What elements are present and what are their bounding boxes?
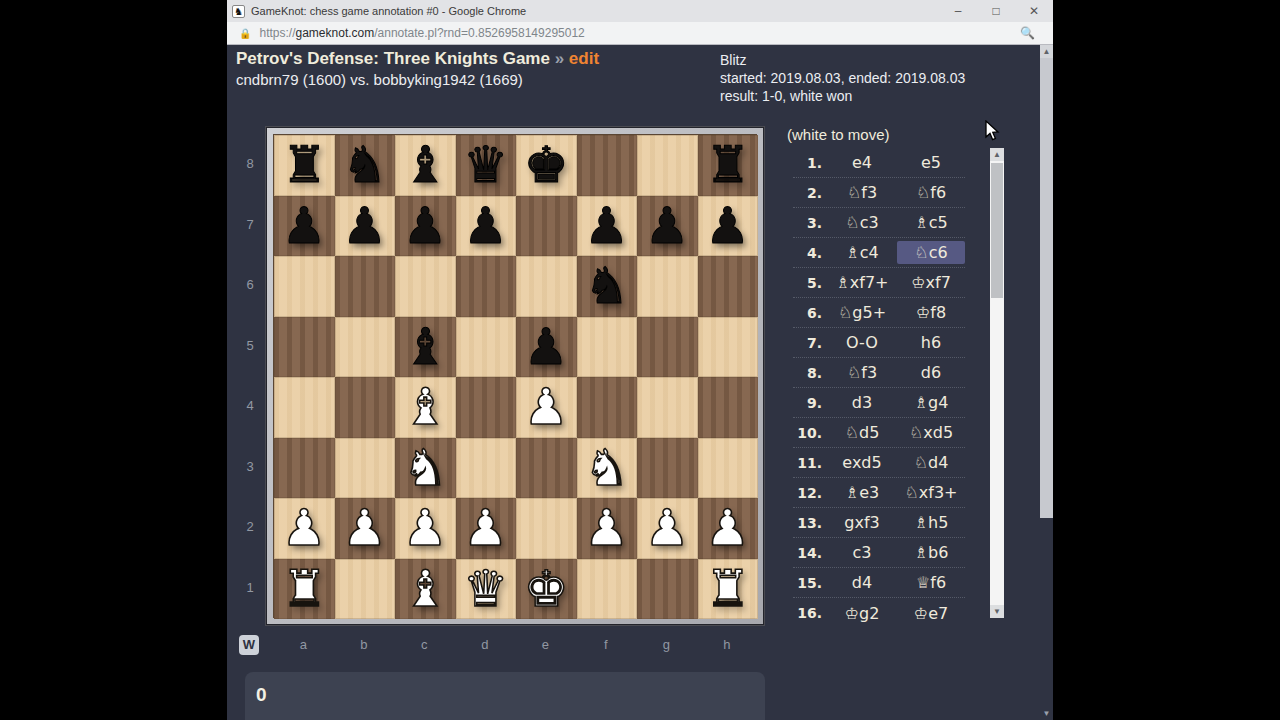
move-row-13: 13.gxf3♗h5 xyxy=(793,508,965,538)
black-move[interactable]: ♕f6 xyxy=(897,571,965,594)
move-list-scrollbar-thumb[interactable] xyxy=(991,163,1003,298)
square-b3[interactable] xyxy=(335,438,396,499)
move-row-2: 2.♘f3♘f6 xyxy=(793,178,965,208)
maximize-button[interactable]: □ xyxy=(977,0,1015,22)
file-label-h: h xyxy=(717,637,737,652)
move-row-11: 11.exd5♘d4 xyxy=(793,448,965,478)
file-label-g: g xyxy=(656,637,676,652)
black-pawn-piece[interactable]: ♟ xyxy=(403,201,448,251)
black-pawn-piece[interactable]: ♟ xyxy=(463,201,508,251)
square-c6[interactable] xyxy=(395,256,456,317)
square-g6[interactable] xyxy=(637,256,698,317)
white-move[interactable]: d4 xyxy=(827,571,897,594)
white-pawn-piece[interactable]: ♟ xyxy=(403,503,448,553)
white-move[interactable]: ♗e3 xyxy=(827,481,897,504)
move-number: 4. xyxy=(793,245,827,261)
move-row-10: 10.♘d5♘xd5 xyxy=(793,418,965,448)
white-knight-piece[interactable]: ♞ xyxy=(403,443,448,493)
browser-window: ♞ GameKnot: chess game annotation #0 - G… xyxy=(227,0,1053,720)
square-c7[interactable]: ♟ xyxy=(395,196,456,257)
move-number: 13. xyxy=(793,515,827,531)
black-pawn-piece[interactable]: ♟ xyxy=(524,322,569,372)
move-list: 1.e4e52.♘f3♘f63.♘c3♗c54.♗c4♘c65.♗xf7+♔xf… xyxy=(793,148,965,628)
square-g2[interactable]: ♟ xyxy=(637,498,698,559)
minimize-button[interactable]: – xyxy=(939,0,977,22)
rank-label-5: 5 xyxy=(242,338,258,353)
square-g3[interactable] xyxy=(637,438,698,499)
square-b5[interactable] xyxy=(335,317,396,378)
move-number: 1. xyxy=(793,155,827,171)
square-c5[interactable]: ♝ xyxy=(395,317,456,378)
white-move[interactable]: exd5 xyxy=(827,451,897,474)
url-text[interactable]: https://gameknot.com/annotate.pl?rnd=0.8… xyxy=(259,26,584,40)
screen: ♞ GameKnot: chess game annotation #0 - G… xyxy=(0,0,1280,720)
white-pawn-piece[interactable]: ♟ xyxy=(584,503,629,553)
square-c3[interactable]: ♞ xyxy=(395,438,456,499)
file-label-a: a xyxy=(293,637,313,652)
status-line: (white to move) xyxy=(787,126,890,143)
move-row-5: 5.♗xf7+♔xf7 xyxy=(793,268,965,298)
square-d5[interactable] xyxy=(456,317,517,378)
square-f7[interactable]: ♟ xyxy=(577,196,638,257)
black-move[interactable]: ♘d4 xyxy=(897,451,965,474)
move-number: 8. xyxy=(793,365,827,381)
white-queen-piece[interactable]: ♛ xyxy=(463,564,508,614)
move-number: 10. xyxy=(793,425,827,441)
square-e1[interactable]: ♚ xyxy=(516,559,577,620)
white-move[interactable]: ♘c3 xyxy=(827,211,897,234)
square-a7[interactable]: ♟ xyxy=(274,196,335,257)
square-c2[interactable]: ♟ xyxy=(395,498,456,559)
file-label-d: d xyxy=(475,637,495,652)
white-pawn-piece[interactable]: ♟ xyxy=(282,503,327,553)
white-pawn-piece[interactable]: ♟ xyxy=(342,503,387,553)
black-pawn-piece[interactable]: ♟ xyxy=(282,201,327,251)
url-scheme: https:// xyxy=(259,26,295,40)
scroll-up-icon[interactable]: ▲ xyxy=(990,148,1004,161)
white-move[interactable]: ♘d5 xyxy=(827,421,897,444)
square-a4[interactable] xyxy=(274,377,335,438)
move-row-12: 12.♗e3♘xf3+ xyxy=(793,478,965,508)
url-domain: gameknot.com xyxy=(296,26,375,40)
white-pawn-piece[interactable]: ♟ xyxy=(705,503,750,553)
black-move[interactable]: ♘xd5 xyxy=(897,421,965,444)
window-controls: – □ ✕ xyxy=(939,0,1053,22)
black-move[interactable]: e5 xyxy=(897,151,965,174)
square-g7[interactable]: ♟ xyxy=(637,196,698,257)
white-bishop-piece[interactable]: ♝ xyxy=(403,382,448,432)
black-bishop-piece[interactable]: ♝ xyxy=(403,322,448,372)
url-path: /annotate.pl?rnd=0.8526958149295012 xyxy=(374,26,585,40)
square-b6[interactable] xyxy=(335,256,396,317)
white-move[interactable]: ♘g5+ xyxy=(827,301,897,324)
black-rook-piece[interactable]: ♜ xyxy=(705,140,750,190)
move-row-3: 3.♘c3♗c5 xyxy=(793,208,965,238)
square-b1[interactable] xyxy=(335,559,396,620)
square-h5[interactable] xyxy=(698,317,759,378)
white-move[interactable]: ♘f3 xyxy=(827,181,897,204)
white-pawn-piece[interactable]: ♟ xyxy=(463,503,508,553)
square-d7[interactable]: ♟ xyxy=(456,196,517,257)
scroll-down-icon[interactable]: ▼ xyxy=(990,605,1004,618)
square-b8[interactable]: ♞ xyxy=(335,135,396,196)
white-move[interactable]: e4 xyxy=(827,151,897,174)
annotation-counter: 0 xyxy=(256,684,267,706)
square-g8[interactable] xyxy=(637,135,698,196)
game-type: Blitz xyxy=(720,51,965,69)
knight-favicon-icon: ♞ xyxy=(232,5,245,18)
black-king-piece[interactable]: ♚ xyxy=(524,140,569,190)
square-f8[interactable] xyxy=(577,135,638,196)
black-move[interactable]: d6 xyxy=(897,361,965,384)
chess-board-frame: ♜♞♝♛♚♜♟♟♟♟♟♟♟♞♝♟♝♟♞♞♟♟♟♟♟♟♟♜♝♛♚♜ xyxy=(265,126,765,626)
square-b2[interactable]: ♟ xyxy=(335,498,396,559)
square-f5[interactable] xyxy=(577,317,638,378)
square-h7[interactable]: ♟ xyxy=(698,196,759,257)
square-d3[interactable] xyxy=(456,438,517,499)
move-row-16: 16.♔g2♔e7 xyxy=(793,598,965,628)
white-pawn-piece[interactable]: ♟ xyxy=(524,382,569,432)
annotation-panel[interactable]: 0 xyxy=(245,672,765,720)
rank-label-7: 7 xyxy=(242,217,258,232)
white-move[interactable]: d3 xyxy=(827,391,897,414)
white-move[interactable]: O-O xyxy=(827,331,897,354)
file-label-f: f xyxy=(596,637,616,652)
page-scroll-up-icon[interactable]: ▲ xyxy=(1040,45,1053,58)
black-queen-piece[interactable]: ♛ xyxy=(463,140,508,190)
square-e5[interactable]: ♟ xyxy=(516,317,577,378)
square-h3[interactable] xyxy=(698,438,759,499)
square-e2[interactable] xyxy=(516,498,577,559)
black-pawn-piece[interactable]: ♟ xyxy=(342,201,387,251)
square-e8[interactable]: ♚ xyxy=(516,135,577,196)
window-title: GameKnot: chess game annotation #0 - Goo… xyxy=(251,5,526,17)
square-e4[interactable]: ♟ xyxy=(516,377,577,438)
title-separator: » xyxy=(555,49,564,68)
move-row-7: 7.O-Oh6 xyxy=(793,328,965,358)
square-f6[interactable]: ♞ xyxy=(577,256,638,317)
square-d2[interactable]: ♟ xyxy=(456,498,517,559)
rank-label-2: 2 xyxy=(242,519,258,534)
square-f3[interactable]: ♞ xyxy=(577,438,638,499)
edit-link[interactable]: edit xyxy=(569,49,599,68)
move-number: 7. xyxy=(793,335,827,351)
white-rook-piece[interactable]: ♜ xyxy=(705,564,750,614)
black-move[interactable]: ♗h5 xyxy=(897,511,965,534)
rank-label-3: 3 xyxy=(242,459,258,474)
rank-label-1: 1 xyxy=(242,580,258,595)
white-rook-piece[interactable]: ♜ xyxy=(282,564,327,614)
square-d8[interactable]: ♛ xyxy=(456,135,517,196)
game-result: result: 1-0, white won xyxy=(720,87,965,105)
move-number: 12. xyxy=(793,485,827,501)
move-number: 9. xyxy=(793,395,827,411)
square-f1[interactable] xyxy=(577,559,638,620)
rank-label-8: 8 xyxy=(242,156,258,171)
white-pawn-piece[interactable]: ♟ xyxy=(645,503,690,553)
move-row-8: 8.♘f3d6 xyxy=(793,358,965,388)
players-line: cndbrn79 (1600) vs. bobbyking1942 (1669) xyxy=(236,71,523,88)
square-h8[interactable]: ♜ xyxy=(698,135,759,196)
zoom-page-icon[interactable]: 🔍 xyxy=(1020,26,1035,40)
black-move[interactable]: ♗b6 xyxy=(897,541,965,564)
square-e7[interactable] xyxy=(516,196,577,257)
move-row-14: 14.c3♗b6 xyxy=(793,538,965,568)
black-move[interactable]: ♗g4 xyxy=(897,391,965,414)
black-move[interactable]: ♔e7 xyxy=(897,602,965,625)
move-number: 11. xyxy=(793,455,827,471)
square-b4[interactable] xyxy=(335,377,396,438)
move-number: 15. xyxy=(793,575,827,591)
white-move[interactable]: c3 xyxy=(827,541,897,564)
white-move[interactable]: ♘f3 xyxy=(827,361,897,384)
black-move[interactable]: ♔f8 xyxy=(897,301,965,324)
black-knight-piece[interactable]: ♞ xyxy=(342,140,387,190)
white-move[interactable]: gxf3 xyxy=(827,511,897,534)
square-a1[interactable]: ♜ xyxy=(274,559,335,620)
square-a2[interactable]: ♟ xyxy=(274,498,335,559)
square-d4[interactable] xyxy=(456,377,517,438)
black-move[interactable]: ♘c6 xyxy=(897,241,965,264)
move-number: 16. xyxy=(793,605,827,621)
square-f2[interactable]: ♟ xyxy=(577,498,638,559)
square-e3[interactable] xyxy=(516,438,577,499)
black-move[interactable]: ♔xf7 xyxy=(897,271,965,294)
window-title-bar: ♞ GameKnot: chess game annotation #0 - G… xyxy=(227,0,1053,22)
white-to-move-badge: W xyxy=(239,635,259,655)
mouse-cursor-icon xyxy=(984,120,1000,142)
move-row-1: 1.e4e5 xyxy=(793,148,965,178)
move-number: 2. xyxy=(793,185,827,201)
white-king-piece[interactable]: ♚ xyxy=(524,564,569,614)
address-bar: 🔒 https://gameknot.com/annotate.pl?rnd=0… xyxy=(227,22,1053,45)
square-h4[interactable] xyxy=(698,377,759,438)
black-move[interactable]: ♘f6 xyxy=(897,181,965,204)
move-number: 3. xyxy=(793,215,827,231)
move-list-scrollbar[interactable]: ▲ ▼ xyxy=(990,148,1004,618)
move-row-9: 9.d3♗g4 xyxy=(793,388,965,418)
square-a8[interactable]: ♜ xyxy=(274,135,335,196)
page-scrollbar-thumb[interactable] xyxy=(1040,58,1053,518)
white-move[interactable]: ♗xf7+ xyxy=(827,271,897,294)
square-d1[interactable]: ♛ xyxy=(456,559,517,620)
close-button[interactable]: ✕ xyxy=(1015,0,1053,22)
black-bishop-piece[interactable]: ♝ xyxy=(403,140,448,190)
square-h1[interactable]: ♜ xyxy=(698,559,759,620)
square-e6[interactable] xyxy=(516,256,577,317)
square-g5[interactable] xyxy=(637,317,698,378)
white-knight-piece[interactable]: ♞ xyxy=(584,443,629,493)
move-number: 14. xyxy=(793,545,827,561)
white-move[interactable]: ♗c4 xyxy=(827,241,897,264)
game-dates: started: 2019.08.03, ended: 2019.08.03 xyxy=(720,69,965,87)
file-label-e: e xyxy=(535,637,555,652)
square-c1[interactable]: ♝ xyxy=(395,559,456,620)
black-move[interactable]: h6 xyxy=(897,331,965,354)
square-h2[interactable]: ♟ xyxy=(698,498,759,559)
opening-title: Petrov's Defense: Three Knights Game xyxy=(236,49,550,68)
move-row-4: 4.♗c4♘c6 xyxy=(793,238,965,268)
file-label-c: c xyxy=(414,637,434,652)
game-info: Blitz started: 2019.08.03, ended: 2019.0… xyxy=(720,51,965,105)
square-g1[interactable] xyxy=(637,559,698,620)
black-rook-piece[interactable]: ♜ xyxy=(282,140,327,190)
black-move[interactable]: ♗c5 xyxy=(897,211,965,234)
square-a5[interactable] xyxy=(274,317,335,378)
square-a6[interactable] xyxy=(274,256,335,317)
page-title: Petrov's Defense: Three Knights Game » e… xyxy=(236,49,599,69)
black-pawn-piece[interactable]: ♟ xyxy=(645,201,690,251)
square-d6[interactable] xyxy=(456,256,517,317)
square-h6[interactable] xyxy=(698,256,759,317)
white-bishop-piece[interactable]: ♝ xyxy=(403,564,448,614)
square-a3[interactable] xyxy=(274,438,335,499)
black-knight-piece[interactable]: ♞ xyxy=(584,261,629,311)
black-pawn-piece[interactable]: ♟ xyxy=(705,201,750,251)
page-scroll-down-icon[interactable]: ▼ xyxy=(1040,707,1053,720)
chess-board[interactable]: ♜♞♝♛♚♜♟♟♟♟♟♟♟♞♝♟♝♟♞♞♟♟♟♟♟♟♟♜♝♛♚♜ xyxy=(273,134,757,618)
square-c8[interactable]: ♝ xyxy=(395,135,456,196)
square-f4[interactable] xyxy=(577,377,638,438)
square-c4[interactable]: ♝ xyxy=(395,377,456,438)
file-label-b: b xyxy=(354,637,374,652)
move-row-6: 6.♘g5+♔f8 xyxy=(793,298,965,328)
move-number: 5. xyxy=(793,275,827,291)
black-pawn-piece[interactable]: ♟ xyxy=(584,201,629,251)
square-g4[interactable] xyxy=(637,377,698,438)
lock-icon[interactable]: 🔒 xyxy=(239,28,251,39)
square-b7[interactable]: ♟ xyxy=(335,196,396,257)
move-row-15: 15.d4♕f6 xyxy=(793,568,965,598)
rank-label-4: 4 xyxy=(242,398,258,413)
move-number: 6. xyxy=(793,305,827,321)
page-scrollbar[interactable]: ▲ ▼ xyxy=(1040,45,1053,720)
black-move[interactable]: ♘xf3+ xyxy=(897,481,965,504)
rank-label-6: 6 xyxy=(242,277,258,292)
white-move[interactable]: ♔g2 xyxy=(827,602,897,625)
